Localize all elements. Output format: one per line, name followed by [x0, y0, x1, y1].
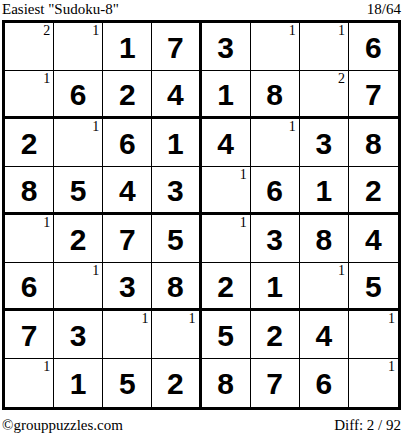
- cell-r6c1[interactable]: 6: [5, 263, 54, 311]
- pencil-mark: 1: [289, 24, 296, 38]
- given-digit: 3: [217, 33, 234, 63]
- given-digit: 4: [119, 176, 136, 206]
- footer: ©grouppuzzles.com Diff: 2 / 92: [2, 417, 401, 434]
- given-digit: 7: [21, 321, 38, 351]
- cell-r5c1[interactable]: 1: [5, 215, 54, 263]
- given-digit: 4: [315, 321, 332, 351]
- cell-r3c4[interactable]: 1: [152, 119, 201, 167]
- pencil-mark: 1: [388, 360, 395, 374]
- cell-r5c5[interactable]: 1: [202, 215, 251, 263]
- given-digit: 1: [266, 272, 283, 302]
- pencil-mark: 1: [338, 264, 345, 278]
- cell-r1c4[interactable]: 7: [152, 23, 201, 71]
- cell-r2c6[interactable]: 8: [251, 71, 300, 119]
- cell-r5c3[interactable]: 7: [103, 215, 152, 263]
- cell-r1c7[interactable]: 1: [300, 23, 349, 71]
- given-digit: 5: [119, 369, 136, 399]
- given-digit: 8: [217, 369, 234, 399]
- cell-r5c6[interactable]: 3: [251, 215, 300, 263]
- cell-r4c8[interactable]: 2: [349, 167, 398, 215]
- given-digit: 5: [70, 176, 87, 206]
- given-digit: 7: [365, 80, 382, 110]
- cell-r6c3[interactable]: 3: [103, 263, 152, 311]
- given-digit: 2: [365, 176, 382, 206]
- given-digit: 1: [315, 176, 332, 206]
- cell-r7c4[interactable]: 1: [152, 311, 201, 359]
- cell-r1c8[interactable]: 6: [349, 23, 398, 71]
- cell-r3c6[interactable]: 1: [251, 119, 300, 167]
- puzzle-title: Easiest "Sudoku-8": [2, 1, 119, 18]
- cell-r4c3[interactable]: 4: [103, 167, 152, 215]
- cell-r7c3[interactable]: 1: [103, 311, 152, 359]
- given-digit: 8: [365, 129, 382, 159]
- cell-r8c7[interactable]: 6: [300, 359, 349, 407]
- copyright-text: ©grouppuzzles.com: [2, 417, 123, 434]
- cell-r6c2[interactable]: 1: [54, 263, 103, 311]
- cell-r7c5[interactable]: 5: [202, 311, 251, 359]
- cell-r5c8[interactable]: 4: [349, 215, 398, 263]
- cell-r6c6[interactable]: 1: [251, 263, 300, 311]
- cell-r4c1[interactable]: 8: [5, 167, 54, 215]
- cell-r8c3[interactable]: 5: [103, 359, 152, 407]
- given-digit: 1: [70, 369, 87, 399]
- given-digit: 6: [119, 129, 136, 159]
- given-digit: 8: [315, 225, 332, 255]
- given-digit: 6: [365, 33, 382, 63]
- cell-r6c5[interactable]: 2: [202, 263, 251, 311]
- given-digit: 3: [315, 129, 332, 159]
- cell-r4c5[interactable]: 1: [202, 167, 251, 215]
- given-digit: 1: [217, 80, 234, 110]
- puzzle-page: Easiest "Sudoku-8" 18/64 211731161624182…: [0, 0, 403, 437]
- pencil-mark: 1: [338, 24, 345, 38]
- cell-r7c7[interactable]: 4: [300, 311, 349, 359]
- given-digit: 2: [70, 225, 87, 255]
- cell-r4c4[interactable]: 3: [152, 167, 201, 215]
- pencil-mark: 1: [388, 312, 395, 326]
- given-digit: 6: [70, 80, 87, 110]
- pencil-mark: 1: [43, 216, 50, 230]
- cell-r4c6[interactable]: 6: [251, 167, 300, 215]
- given-digit: 3: [119, 272, 136, 302]
- cell-r3c8[interactable]: 8: [349, 119, 398, 167]
- given-digit: 8: [21, 176, 38, 206]
- pencil-mark: 2: [338, 72, 345, 86]
- given-digit: 2: [167, 369, 184, 399]
- pencil-mark: 1: [43, 72, 50, 86]
- given-digit: 1: [167, 129, 184, 159]
- cell-r3c2[interactable]: 1: [54, 119, 103, 167]
- pencil-mark: 1: [92, 264, 99, 278]
- given-digit: 3: [167, 176, 184, 206]
- given-digit: 5: [167, 225, 184, 255]
- cell-r5c2[interactable]: 2: [54, 215, 103, 263]
- given-digit: 5: [217, 321, 234, 351]
- given-digit: 7: [167, 33, 184, 63]
- cell-r1c5[interactable]: 3: [202, 23, 251, 71]
- cell-r5c7[interactable]: 8: [300, 215, 349, 263]
- cell-r3c3[interactable]: 6: [103, 119, 152, 167]
- cell-r8c1[interactable]: 1: [5, 359, 54, 407]
- cell-r7c8[interactable]: 1: [349, 311, 398, 359]
- pencil-mark: 1: [240, 216, 247, 230]
- cell-r5c4[interactable]: 5: [152, 215, 201, 263]
- cell-r8c8[interactable]: 1: [349, 359, 398, 407]
- pencil-mark: 2: [43, 24, 50, 38]
- given-digit: 8: [167, 272, 184, 302]
- cell-r3c1[interactable]: 2: [5, 119, 54, 167]
- pencil-mark: 1: [189, 312, 196, 326]
- given-digit: 2: [217, 272, 234, 302]
- header: Easiest "Sudoku-8" 18/64: [2, 1, 401, 18]
- cell-r1c1[interactable]: 2: [5, 23, 54, 71]
- cell-r3c7[interactable]: 3: [300, 119, 349, 167]
- cell-r1c6[interactable]: 1: [251, 23, 300, 71]
- cell-r4c2[interactable]: 5: [54, 167, 103, 215]
- cell-r6c7[interactable]: 1: [300, 263, 349, 311]
- difficulty-text: Diff: 2 / 92: [334, 417, 401, 434]
- pencil-mark: 1: [289, 120, 296, 134]
- cell-r4c7[interactable]: 1: [300, 167, 349, 215]
- pencil-mark: 1: [92, 24, 99, 38]
- given-digit: 3: [266, 225, 283, 255]
- cell-r2c2[interactable]: 6: [54, 71, 103, 119]
- pencil-mark: 1: [240, 168, 247, 182]
- cell-r2c1[interactable]: 1: [5, 71, 54, 119]
- sudoku-board: 2117311616241827216141388543161212751384…: [2, 20, 401, 410]
- given-digit: 2: [119, 80, 136, 110]
- cell-r8c2[interactable]: 1: [54, 359, 103, 407]
- cell-r2c4[interactable]: 4: [152, 71, 201, 119]
- cell-r1c2[interactable]: 1: [54, 23, 103, 71]
- given-digit: 8: [266, 80, 283, 110]
- cell-r8c4[interactable]: 2: [152, 359, 201, 407]
- given-digit: 5: [365, 272, 382, 302]
- cell-r6c8[interactable]: 5: [349, 263, 398, 311]
- cell-r2c3[interactable]: 2: [103, 71, 152, 119]
- given-digit: 2: [21, 129, 38, 159]
- empty-cell-counter: 18/64: [367, 1, 401, 18]
- given-digit: 7: [266, 369, 283, 399]
- cell-r7c6[interactable]: 2: [251, 311, 300, 359]
- pencil-mark: 1: [141, 312, 148, 326]
- given-digit: 3: [70, 321, 87, 351]
- cell-r8c6[interactable]: 7: [251, 359, 300, 407]
- given-digit: 7: [119, 225, 136, 255]
- cell-r1c3[interactable]: 1: [103, 23, 152, 71]
- cell-r3c5[interactable]: 4: [202, 119, 251, 167]
- given-digit: 6: [21, 272, 38, 302]
- cell-r2c8[interactable]: 7: [349, 71, 398, 119]
- cell-r6c4[interactable]: 8: [152, 263, 201, 311]
- cell-r7c1[interactable]: 7: [5, 311, 54, 359]
- cell-r2c7[interactable]: 2: [300, 71, 349, 119]
- cell-r2c5[interactable]: 1: [202, 71, 251, 119]
- cell-r8c5[interactable]: 8: [202, 359, 251, 407]
- given-digit: 6: [266, 176, 283, 206]
- given-digit: 4: [217, 129, 234, 159]
- given-digit: 4: [167, 80, 184, 110]
- pencil-mark: 1: [92, 120, 99, 134]
- given-digit: 2: [266, 321, 283, 351]
- pencil-mark: 1: [43, 360, 50, 374]
- given-digit: 6: [315, 369, 332, 399]
- given-digit: 4: [365, 225, 382, 255]
- given-digit: 1: [119, 33, 136, 63]
- cell-r7c2[interactable]: 3: [54, 311, 103, 359]
